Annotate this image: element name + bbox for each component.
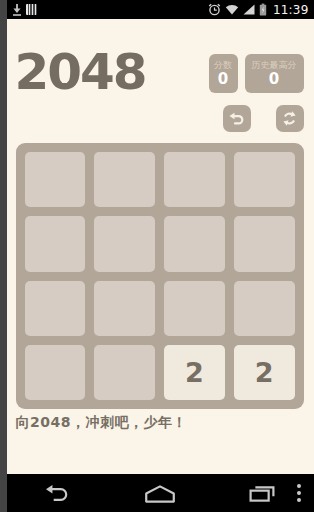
- empty-cell: [94, 152, 155, 207]
- tile-2: 2: [234, 345, 295, 400]
- empty-cell: [164, 281, 225, 336]
- game-app: 2048 分数 0 历史最高分 0: [7, 19, 314, 474]
- empty-cell: [25, 345, 86, 400]
- tile-2: 2: [164, 345, 225, 400]
- empty-cell: [234, 281, 295, 336]
- score-label: 分数: [214, 59, 232, 71]
- empty-cell: [94, 216, 155, 271]
- best-score-value: 0: [269, 71, 279, 88]
- empty-cell: [164, 216, 225, 271]
- status-bar: 11:39: [7, 0, 314, 19]
- board-grid[interactable]: 22: [16, 143, 304, 409]
- undo-button[interactable]: [223, 105, 251, 132]
- best-score-label: 历史最高分: [252, 59, 297, 71]
- battery-icon: [259, 3, 267, 16]
- wifi-icon: [225, 4, 239, 15]
- empty-cell: [164, 152, 225, 207]
- empty-cell: [94, 281, 155, 336]
- score-value: 0: [218, 71, 228, 88]
- empty-cell: [94, 345, 155, 400]
- empty-cell: [25, 281, 86, 336]
- empty-cell: [25, 216, 86, 271]
- alarm-icon: [208, 3, 221, 16]
- recents-button[interactable]: [247, 484, 277, 503]
- back-icon: [43, 483, 73, 504]
- status-right-icons: 11:39: [208, 3, 309, 17]
- navigation-bar: [7, 474, 314, 512]
- phone-screen: 11:39 2048 分数 0 历史最高分 0: [7, 0, 314, 512]
- home-button[interactable]: [143, 484, 177, 503]
- app-title: 2048: [15, 46, 165, 98]
- signal-icon: [243, 4, 255, 15]
- empty-cell: [234, 152, 295, 207]
- status-time: 11:39: [271, 3, 309, 17]
- best-score-box: 历史最高分 0: [245, 54, 304, 93]
- recents-icon: [247, 484, 277, 503]
- restart-button[interactable]: [276, 105, 304, 132]
- menu-button[interactable]: [297, 484, 301, 502]
- empty-cell: [234, 216, 295, 271]
- empty-cell: [25, 152, 86, 207]
- undo-icon: [228, 111, 245, 127]
- download-icon: [12, 3, 22, 16]
- menu-dot-icon: [297, 484, 301, 488]
- menu-dot-icon: [297, 491, 301, 495]
- back-button[interactable]: [43, 483, 73, 504]
- caption-text: 向2048，冲刺吧，少年！: [16, 414, 306, 432]
- score-box: 分数 0: [209, 54, 238, 93]
- home-icon: [143, 484, 177, 503]
- notification-stripes-icon: [26, 4, 37, 15]
- menu-dot-icon: [297, 498, 301, 502]
- status-left-icons: [12, 3, 37, 16]
- refresh-icon: [281, 110, 298, 127]
